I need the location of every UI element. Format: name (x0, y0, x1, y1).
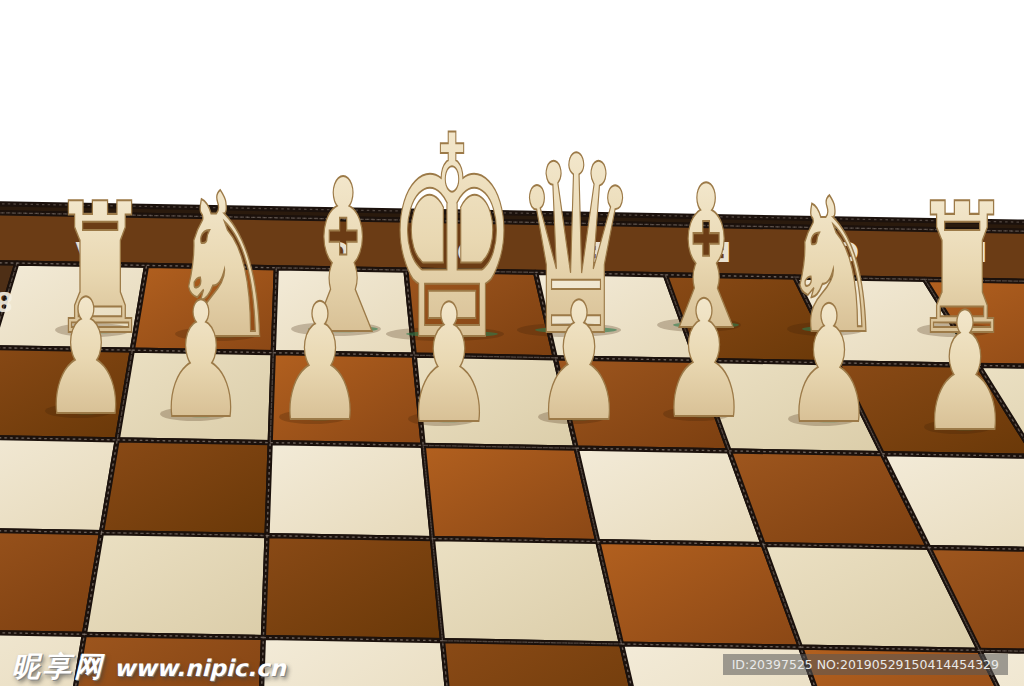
square-b5 (65, 634, 264, 686)
chess-photo-scene: ABCDEFGH8♜♞♝♚♛♝♞♜♟♟♟♟♟♟♟♟ 昵享网 www.nipic.… (0, 0, 1024, 686)
piece-white-pawn-c2: ♟ (275, 269, 365, 458)
piece-white-pawn-h2: ♟ (919, 276, 1010, 467)
square-c4 (263, 536, 442, 641)
square-a3 (0, 437, 117, 532)
square-d3 (423, 445, 598, 541)
square-b4 (84, 533, 267, 638)
watermark-id-text: ID:20397525 NO:20190529150414454329 (732, 657, 999, 672)
piece-white-pawn-e2: ♟ (533, 266, 624, 457)
piece-white-pawn-d2: ♟ (403, 268, 494, 459)
square-b3 (102, 440, 271, 536)
piece-white-pawn-g2: ♟ (784, 271, 874, 460)
square-a5 (0, 631, 84, 686)
piece-white-pawn-f2: ♟ (659, 266, 749, 455)
square-c5 (259, 638, 454, 686)
square-d4 (432, 539, 621, 644)
rank-label-8: 8 (0, 286, 13, 317)
piece-white-pawn-a2: ♟ (42, 264, 131, 450)
square-d5 (443, 641, 649, 686)
piece-white-pawn-b2: ♟ (157, 267, 246, 453)
watermark-id-bar: ID:20397525 NO:20190529150414454329 (723, 654, 1008, 675)
chessboard: ABCDEFGH8♜♞♝♚♛♝♞♜♟♟♟♟♟♟♟♟ (0, 0, 1024, 686)
